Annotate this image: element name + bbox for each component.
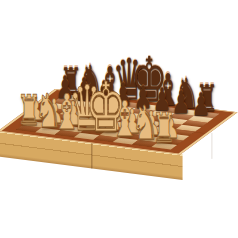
- piece-black-pawn-h7[interactable]: ♟: [191, 90, 210, 121]
- chess-set-product-photo: ♜♞♝♛♚♝♞♜♟♟♟♟♟♟♟♟♟♟♟♟♟♟♟♟♜♞♝♛♚♝♞♜: [0, 0, 238, 238]
- piece-white-rook-h1[interactable]: ♜: [152, 108, 177, 149]
- pieces-layer: ♜♞♝♛♚♝♞♜♟♟♟♟♟♟♟♟♟♟♟♟♟♟♟♟♜♞♝♛♚♝♞♜: [0, 0, 238, 238]
